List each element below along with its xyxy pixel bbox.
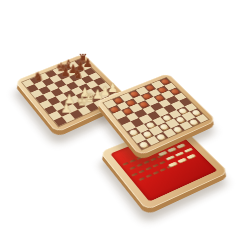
black-knight-piece: ♞ — [31, 71, 45, 83]
cream-checker-piece — [162, 114, 172, 121]
white-king-piece: ♚ — [75, 95, 90, 107]
light-stored-piece — [186, 154, 195, 159]
dark-stored-piece — [131, 172, 138, 176]
dark-stored-piece — [166, 165, 173, 169]
chess-square: ♟ — [57, 108, 70, 117]
light-stored-piece — [177, 158, 186, 163]
dark-stored-piece — [150, 157, 157, 161]
light-stored-piece — [176, 143, 185, 148]
stored-piece-row — [138, 165, 173, 181]
dark-stored-piece — [143, 160, 150, 164]
dark-stored-piece — [143, 153, 150, 157]
checkers-square — [150, 102, 163, 111]
light-stored-piece — [158, 151, 167, 156]
checkers-square — [179, 121, 193, 130]
stored-piece-row — [131, 160, 168, 177]
dark-stored-piece — [145, 167, 152, 171]
dark-stored-piece — [138, 177, 145, 181]
light-stored-piece — [184, 147, 193, 152]
dark-stored-piece — [122, 162, 129, 166]
cream-checker-piece — [175, 116, 185, 123]
dark-stored-piece — [146, 174, 153, 178]
product-photo: ♞♚♝♜♟♟♟♟♞♟♟♟♚♛♟♟♟ — [0, 0, 240, 240]
black-knight-piece: ♞ — [71, 68, 85, 80]
dark-stored-piece — [136, 163, 143, 167]
red-checker-piece — [126, 99, 135, 105]
dark-stored-piece — [153, 171, 160, 175]
cream-checker-piece — [172, 126, 182, 133]
checkers-square — [137, 139, 151, 149]
checkers-square — [112, 110, 125, 119]
dark-stored-piece — [160, 168, 167, 172]
stored-piece-row — [129, 155, 163, 170]
dark-stored-piece — [152, 164, 159, 168]
light-stored-piece — [167, 147, 176, 152]
dark-stored-piece — [138, 169, 145, 173]
dark-stored-piece — [129, 159, 136, 163]
dark-stored-piece — [129, 166, 136, 170]
light-stored-piece — [165, 155, 174, 160]
dark-stored-piece — [136, 156, 143, 160]
white-pawn-piece: ♟ — [59, 102, 74, 115]
light-stored-piece — [175, 151, 184, 156]
light-stored-piece — [168, 161, 178, 166]
checkers-square — [108, 105, 121, 114]
